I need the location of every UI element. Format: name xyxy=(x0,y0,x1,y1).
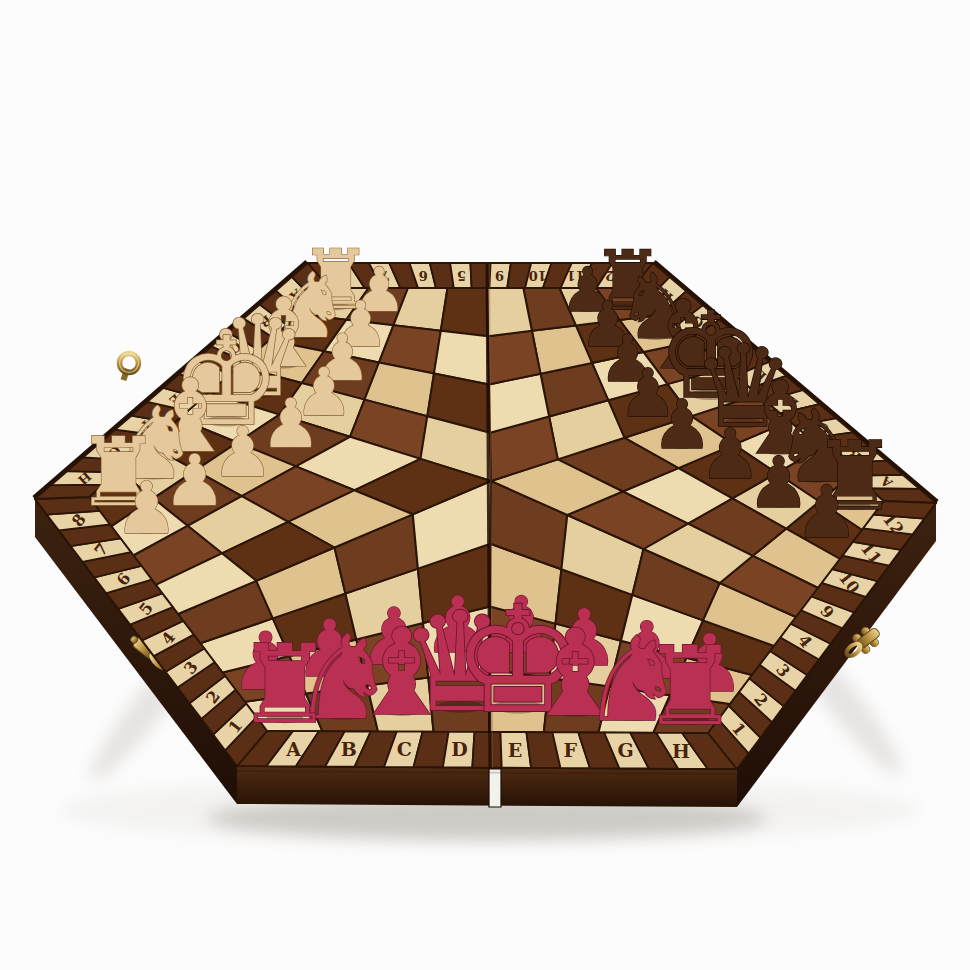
three-player-chess-photo: ABCDEFGH12345678HGFEDCBA87659101112HGFED… xyxy=(0,0,970,970)
box-fold-gap xyxy=(489,769,501,807)
coord-label-10: 10 xyxy=(529,268,547,283)
red-rook: ♜ xyxy=(642,623,740,750)
white-pawn: ♟ xyxy=(114,466,178,550)
coord-label-5: 5 xyxy=(457,268,466,283)
board-scene: ABCDEFGH12345678HGFEDCBA87659101112HGFED… xyxy=(0,0,970,970)
brown-pawn: ♟ xyxy=(795,470,860,554)
cell-white-a4 xyxy=(441,288,488,336)
coord-label-9: 9 xyxy=(495,268,504,283)
cell-brown-h4 xyxy=(487,288,532,336)
red-rook: ♜ xyxy=(236,621,333,748)
coord-label-6: 6 xyxy=(419,268,428,283)
